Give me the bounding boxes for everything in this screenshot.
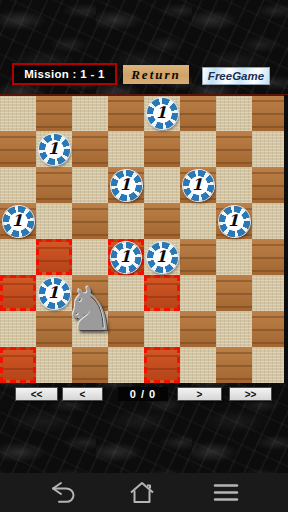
chip-token: 1	[39, 134, 70, 165]
next-move-button[interactable]: >	[177, 387, 222, 401]
return-button[interactable]: Return	[123, 65, 189, 84]
square-f8[interactable]	[180, 95, 216, 131]
first-move-button[interactable]: <<	[15, 387, 58, 401]
square-g3[interactable]	[216, 275, 252, 311]
square-e3[interactable]	[144, 275, 180, 311]
knight-glyph: ♞	[63, 282, 117, 337]
chip-token: 1	[111, 170, 142, 201]
square-e5[interactable]	[144, 203, 180, 239]
android-nav-bar	[0, 473, 288, 512]
square-a4[interactable]	[0, 239, 36, 275]
chip-token: 1	[111, 242, 141, 273]
square-c7[interactable]	[72, 131, 108, 167]
square-d4[interactable]: 1	[108, 239, 144, 275]
square-g7[interactable]	[216, 131, 252, 167]
freegame-button[interactable]: FreeGame	[202, 67, 270, 85]
square-b1[interactable]	[36, 347, 72, 383]
square-a2[interactable]	[0, 311, 36, 347]
square-g4[interactable]	[216, 239, 252, 275]
chip-token: 1	[147, 242, 178, 273]
square-h5[interactable]	[252, 203, 288, 239]
square-f7[interactable]	[180, 131, 216, 167]
move-counter: 0 / 0	[118, 387, 168, 401]
square-g6[interactable]	[216, 167, 252, 203]
square-b6[interactable]	[36, 167, 72, 203]
square-b7[interactable]: 1	[36, 131, 72, 167]
square-c5[interactable]	[72, 203, 108, 239]
back-icon[interactable]	[49, 481, 77, 504]
square-c4[interactable]	[72, 239, 108, 275]
square-e6[interactable]	[144, 167, 180, 203]
square-f3[interactable]	[180, 275, 216, 311]
square-a3[interactable]	[0, 275, 36, 311]
square-h6[interactable]	[252, 167, 288, 203]
menu-icon[interactable]	[212, 481, 240, 504]
square-e8[interactable]: 1	[144, 95, 180, 131]
square-e4[interactable]: 1	[144, 239, 180, 275]
square-a8[interactable]	[0, 95, 36, 131]
white-knight-piece[interactable]: ♞	[72, 273, 108, 347]
square-h2[interactable]	[252, 311, 288, 347]
square-g2[interactable]	[216, 311, 252, 347]
chip-token: 1	[147, 98, 178, 129]
chip-token: 1	[183, 170, 214, 201]
square-c8[interactable]	[72, 95, 108, 131]
square-c1[interactable]	[72, 347, 108, 383]
square-g1[interactable]	[216, 347, 252, 383]
square-d1[interactable]	[108, 347, 144, 383]
square-g8[interactable]	[216, 95, 252, 131]
square-h7[interactable]	[252, 131, 288, 167]
board: 111111111	[0, 95, 288, 383]
square-a7[interactable]	[0, 131, 36, 167]
square-b4[interactable]	[36, 239, 72, 275]
square-a5[interactable]: 1	[0, 203, 36, 239]
square-h8[interactable]	[252, 95, 288, 131]
last-move-button[interactable]: >>	[229, 387, 272, 401]
square-h1[interactable]	[252, 347, 288, 383]
square-h3[interactable]	[252, 275, 288, 311]
square-d8[interactable]	[108, 95, 144, 131]
chip-token: 1	[3, 206, 34, 237]
square-f5[interactable]	[180, 203, 216, 239]
square-b5[interactable]	[36, 203, 72, 239]
square-d6[interactable]: 1	[108, 167, 144, 203]
square-b8[interactable]	[36, 95, 72, 131]
square-d5[interactable]	[108, 203, 144, 239]
square-e1[interactable]	[144, 347, 180, 383]
mission-label: Mission : 1 - 1	[12, 63, 117, 85]
square-f4[interactable]	[180, 239, 216, 275]
app-screen: Mission : 1 - 1 Return FreeGame 11111111…	[0, 0, 288, 512]
square-f1[interactable]	[180, 347, 216, 383]
square-f6[interactable]: 1	[180, 167, 216, 203]
chip-token: 1	[219, 206, 250, 237]
home-icon[interactable]	[128, 481, 156, 504]
square-d7[interactable]	[108, 131, 144, 167]
square-a1[interactable]	[0, 347, 36, 383]
square-f2[interactable]	[180, 311, 216, 347]
square-c6[interactable]	[72, 167, 108, 203]
square-a6[interactable]	[0, 167, 36, 203]
square-g5[interactable]: 1	[216, 203, 252, 239]
square-e7[interactable]	[144, 131, 180, 167]
prev-move-button[interactable]: <	[62, 387, 103, 401]
square-e2[interactable]	[144, 311, 180, 347]
square-h4[interactable]	[252, 239, 288, 275]
